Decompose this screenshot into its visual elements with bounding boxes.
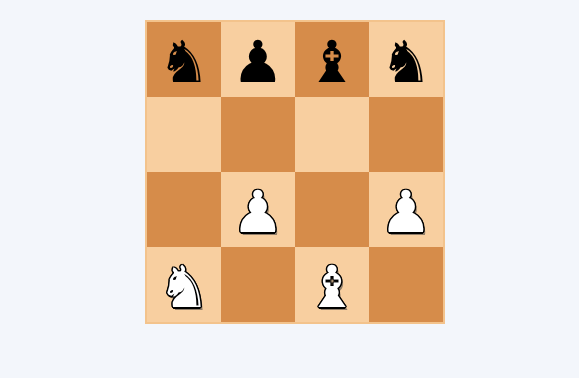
piece-white-pawn: ♟ — [232, 183, 284, 241]
square-d3[interactable] — [369, 97, 443, 172]
square-b4[interactable]: ♟ — [221, 22, 295, 97]
square-b3[interactable] — [221, 97, 295, 172]
square-c3[interactable] — [295, 97, 369, 172]
square-c4[interactable]: ♝ — [295, 22, 369, 97]
page-background: ♞♟♝♞♟♟♞♝ — [0, 0, 579, 378]
square-b1[interactable] — [221, 247, 295, 322]
piece-black-knight: ♞ — [158, 33, 210, 91]
piece-white-knight: ♞ — [158, 258, 210, 316]
square-a3[interactable] — [147, 97, 221, 172]
square-a2[interactable] — [147, 172, 221, 247]
square-c1[interactable]: ♝ — [295, 247, 369, 322]
square-d4[interactable]: ♞ — [369, 22, 443, 97]
chess-board: ♞♟♝♞♟♟♞♝ — [145, 20, 445, 324]
piece-white-pawn: ♟ — [380, 183, 432, 241]
piece-black-pawn: ♟ — [232, 33, 284, 91]
piece-black-bishop: ♝ — [306, 33, 358, 91]
piece-black-knight: ♞ — [380, 33, 432, 91]
square-d2[interactable]: ♟ — [369, 172, 443, 247]
square-c2[interactable] — [295, 172, 369, 247]
square-d1[interactable] — [369, 247, 443, 322]
square-a1[interactable]: ♞ — [147, 247, 221, 322]
square-b2[interactable]: ♟ — [221, 172, 295, 247]
square-a4[interactable]: ♞ — [147, 22, 221, 97]
piece-white-bishop: ♝ — [306, 258, 358, 316]
